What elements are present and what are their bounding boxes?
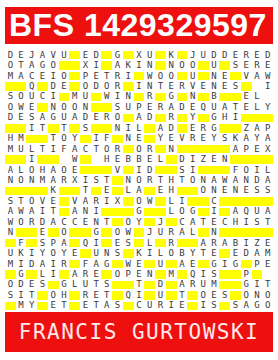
grid-cell: U: [80, 280, 91, 290]
grid-cell: [219, 207, 230, 217]
grid-cell: E: [16, 50, 27, 60]
grid-cell: L: [144, 238, 155, 248]
grid-cell: [59, 60, 70, 70]
grid-cell: O: [134, 144, 145, 154]
grid-cell: I: [134, 81, 145, 91]
grid-cell: H: [5, 134, 16, 144]
grid-cell: [198, 144, 209, 154]
grid-cell: Y: [26, 301, 37, 311]
grid-cell: E: [134, 134, 145, 144]
grid-cell: [262, 92, 273, 102]
grid-cell: A: [166, 102, 177, 112]
grid-cell: [123, 196, 134, 206]
grid-cell: K: [16, 248, 27, 258]
grid-cell: [91, 154, 102, 164]
grid-cell: P: [48, 238, 59, 248]
grid-cell: A: [219, 102, 230, 112]
grid-cell: [134, 71, 145, 81]
grid-cell: [144, 134, 155, 144]
grid-cell: M: [166, 269, 177, 279]
grid-cell: C: [80, 144, 91, 154]
grid-cell: E: [69, 248, 80, 258]
grid-cell: O: [262, 290, 273, 300]
grid-cell: A: [177, 280, 188, 290]
grid-cell: [112, 290, 123, 300]
grid-cell: [230, 123, 241, 133]
grid-cell: E: [262, 259, 273, 269]
grid-cell: [69, 290, 80, 300]
grid-cell: [230, 154, 241, 164]
grid-cell: A: [26, 60, 37, 70]
grid-cell: [219, 60, 230, 70]
grid-cell: G: [209, 113, 220, 123]
grid-cell: Z: [252, 238, 263, 248]
grid-cell: N: [209, 186, 220, 196]
grid-cell: O: [166, 71, 177, 81]
grid-cell: [123, 50, 134, 60]
grid-cell: [123, 280, 134, 290]
grid-cell: [112, 259, 123, 269]
grid-cell: A: [198, 238, 209, 248]
grid-cell: [198, 196, 209, 206]
grid-cell: [166, 154, 177, 164]
grid-cell: I: [80, 175, 91, 185]
grid-cell: [262, 269, 273, 279]
grid-cell: Y: [252, 134, 263, 144]
grid-cell: V: [69, 196, 80, 206]
grid-cell: N: [123, 134, 134, 144]
grid-cell: W: [123, 227, 134, 237]
author-band: FRANCIS GURTOWSKI: [5, 312, 273, 352]
grid-cell: [69, 301, 80, 311]
grid-cell: N: [144, 81, 155, 91]
grid-cell: [198, 227, 209, 237]
grid-cell: A: [26, 207, 37, 217]
grid-cell: A: [37, 259, 48, 269]
grid-cell: [69, 60, 80, 70]
grid-cell: G: [134, 207, 145, 217]
grid-cell: O: [241, 290, 252, 300]
book-title: BFS 1429329597: [5, 7, 267, 44]
grid-cell: M: [5, 144, 16, 154]
grid-cell: J: [26, 50, 37, 60]
grid-cell: [241, 113, 252, 123]
grid-cell: I: [91, 207, 102, 217]
grid-cell: S: [177, 165, 188, 175]
grid-cell: [187, 301, 198, 311]
grid-cell: P: [241, 144, 252, 154]
grid-cell: X: [262, 144, 273, 154]
grid-cell: [230, 227, 241, 237]
grid-cell: W: [16, 207, 27, 217]
grid-cell: [101, 269, 112, 279]
grid-cell: S: [5, 290, 16, 300]
grid-cell: [16, 186, 27, 196]
grid-cell: A: [134, 186, 145, 196]
grid-cell: G: [252, 301, 263, 311]
grid-cell: Q: [187, 269, 198, 279]
grid-cell: T: [262, 217, 273, 227]
grid-cell: W: [144, 196, 155, 206]
grid-cell: [177, 269, 188, 279]
grid-cell: [101, 60, 112, 70]
grid-cell: M: [209, 280, 220, 290]
grid-cell: O: [112, 227, 123, 237]
grid-cell: C: [134, 301, 145, 311]
grid-cell: P: [123, 269, 134, 279]
grid-cell: Y: [209, 134, 220, 144]
grid-cell: X: [80, 60, 91, 70]
grid-cell: E: [101, 186, 112, 196]
grid-cell: [123, 144, 134, 154]
grid-cell: [69, 81, 80, 91]
grid-cell: Q: [123, 290, 134, 300]
grid-cell: C: [59, 217, 70, 227]
grid-cell: N: [166, 144, 177, 154]
grid-cell: I: [48, 144, 59, 154]
grid-cell: T: [230, 102, 241, 112]
grid-cell: A: [37, 113, 48, 123]
grid-cell: I: [123, 71, 134, 81]
grid-cell: S: [209, 301, 220, 311]
grid-cell: R: [91, 196, 102, 206]
grid-cell: N: [5, 227, 16, 237]
grid-cell: T: [101, 290, 112, 300]
grid-cell: [101, 227, 112, 237]
grid-cell: O: [16, 217, 27, 227]
grid-cell: [155, 144, 166, 154]
grid-cell: G: [91, 227, 102, 237]
grid-cell: [219, 269, 230, 279]
grid-cell: [166, 217, 177, 227]
grid-cell: U: [252, 207, 263, 217]
grid-cell: B: [177, 248, 188, 258]
grid-cell: A: [59, 238, 70, 248]
grid-cell: A: [252, 123, 263, 133]
grid-cell: [16, 81, 27, 91]
grid-cell: A: [177, 227, 188, 237]
grid-cell: A: [262, 134, 273, 144]
grid-cell: O: [59, 71, 70, 81]
grid-cell: Y: [134, 217, 145, 227]
grid-cell: A: [241, 134, 252, 144]
grid-cell: E: [112, 154, 123, 164]
grid-cell: [112, 186, 123, 196]
grid-cell: C: [26, 71, 37, 81]
grid-cell: [69, 71, 80, 81]
grid-cell: [209, 165, 220, 175]
grid-cell: [101, 238, 112, 248]
grid-cell: [155, 269, 166, 279]
grid-cell: [187, 290, 198, 300]
grid-cell: [48, 154, 59, 164]
grid-cell: E: [187, 123, 198, 133]
grid-cell: [123, 165, 134, 175]
grid-cell: [37, 81, 48, 91]
grid-cell: V: [112, 165, 123, 175]
grid-cell: A: [112, 60, 123, 70]
grid-cell: [219, 280, 230, 290]
grid-cell: [177, 186, 188, 196]
grid-cell: C: [209, 196, 220, 206]
grid-cell: U: [155, 227, 166, 237]
grid-cell: [144, 207, 155, 217]
grid-cell: [134, 238, 145, 248]
grid-cell: O: [262, 301, 273, 311]
grid-cell: [5, 186, 16, 196]
grid-cell: L: [155, 248, 166, 258]
grid-cell: W: [123, 259, 134, 269]
grid-cell: O: [59, 165, 70, 175]
grid-cell: I: [16, 290, 27, 300]
grid-cell: R: [80, 290, 91, 300]
grid-cell: S: [80, 123, 91, 133]
grid-cell: E: [91, 113, 102, 123]
grid-cell: [230, 92, 241, 102]
grid-cell: U: [198, 280, 209, 290]
grid-cell: [26, 186, 37, 196]
grid-cell: E: [209, 248, 220, 258]
grid-cell: T: [48, 134, 59, 144]
grid-cell: U: [209, 60, 220, 70]
grid-cell: E: [80, 50, 91, 60]
grid-cell: G: [16, 269, 27, 279]
grid-cell: U: [209, 102, 220, 112]
grid-cell: R: [101, 113, 112, 123]
grid-cell: [177, 144, 188, 154]
grid-cell: Z: [198, 154, 209, 164]
grid-cell: X: [69, 175, 80, 185]
grid-cell: E: [241, 186, 252, 196]
grid-cell: M: [5, 71, 16, 81]
grid-cell: G: [37, 60, 48, 70]
grid-cell: D: [48, 81, 59, 91]
grid-cell: [69, 123, 80, 133]
grid-cell: Y: [59, 248, 70, 258]
grid-cell: [112, 280, 123, 290]
grid-cell: [230, 280, 241, 290]
grid-cell: J: [187, 50, 198, 60]
grid-cell: Z: [241, 123, 252, 133]
grid-cell: V: [48, 50, 59, 60]
grid-cell: Q: [198, 102, 209, 112]
grid-cell: G: [112, 50, 123, 60]
grid-cell: E: [37, 227, 48, 237]
grid-cell: R: [155, 102, 166, 112]
grid-cell: [123, 113, 134, 123]
grid-cell: [187, 144, 198, 154]
grid-cell: R: [26, 217, 37, 227]
grid-cell: [219, 248, 230, 258]
grid-cell: A: [262, 207, 273, 217]
grid-cell: O: [5, 280, 16, 290]
grid-cell: O: [112, 113, 123, 123]
grid-cell: P: [252, 259, 263, 269]
grid-cell: [123, 301, 134, 311]
grid-cell: O: [16, 175, 27, 185]
grid-cell: E: [219, 186, 230, 196]
grid-cell: H: [219, 113, 230, 123]
grid-cell: R: [252, 60, 263, 70]
grid-cell: B: [209, 92, 220, 102]
grid-cell: A: [5, 207, 16, 217]
grid-cell: [123, 81, 134, 91]
grid-cell: N: [112, 123, 123, 133]
grid-cell: E: [177, 301, 188, 311]
grid-cell: I: [262, 81, 273, 91]
grid-cell: [155, 207, 166, 217]
grid-cell: Y: [155, 134, 166, 144]
grid-cell: [219, 301, 230, 311]
grid-cell: G: [59, 280, 70, 290]
grid-cell: H: [166, 186, 177, 196]
grid-cell: A: [262, 175, 273, 185]
grid-cell: N: [123, 175, 134, 185]
grid-cell: F: [16, 238, 27, 248]
grid-cell: I: [48, 92, 59, 102]
word-search-grid: DEJAVUEDGXUKJUDDEREDOTAGOXIAKINNOOUSEREM…: [5, 50, 273, 311]
grid-cell: [69, 259, 80, 269]
grid-cell: S: [5, 196, 16, 206]
grid-cell: E: [198, 81, 209, 91]
grid-cell: A: [80, 196, 91, 206]
grid-cell: T: [155, 81, 166, 91]
grid-cell: [187, 238, 198, 248]
grid-cell: [16, 123, 27, 133]
grid-cell: [37, 102, 48, 112]
grid-cell: E: [91, 71, 102, 81]
grid-cell: [230, 71, 241, 81]
grid-cell: S: [26, 113, 37, 123]
grid-cell: A: [69, 113, 80, 123]
grid-cell: [155, 92, 166, 102]
grid-cell: S: [5, 92, 16, 102]
grid-cell: E: [187, 259, 198, 269]
grid-cell: I: [134, 290, 145, 300]
grid-cell: O: [48, 60, 59, 70]
grid-cell: S: [219, 134, 230, 144]
grid-cell: W: [5, 217, 16, 227]
grid-cell: S: [112, 102, 123, 112]
grid-cell: S: [230, 301, 241, 311]
grid-cell: E: [241, 92, 252, 102]
grid-cell: [144, 186, 155, 196]
grid-cell: A: [252, 71, 263, 81]
grid-cell: [26, 227, 37, 237]
grid-cell: O: [155, 71, 166, 81]
grid-cell: I: [144, 248, 155, 258]
grid-cell: A: [230, 144, 241, 154]
grid-cell: W: [262, 71, 273, 81]
grid-cell: [101, 50, 112, 60]
grid-cell: N: [219, 154, 230, 164]
grid-cell: [166, 290, 177, 300]
grid-cell: O: [59, 134, 70, 144]
grid-cell: D: [155, 280, 166, 290]
grid-cell: S: [252, 186, 263, 196]
grid-cell: S: [123, 238, 134, 248]
grid-cell: S: [112, 301, 123, 311]
author-name: FRANCIS GURTOWSKI: [19, 320, 259, 344]
grid-cell: N: [209, 227, 220, 237]
grid-cell: [26, 238, 37, 248]
grid-cell: [26, 134, 37, 144]
grid-cell: [5, 81, 16, 91]
grid-cell: I: [187, 154, 198, 164]
grid-cell: T: [91, 301, 102, 311]
grid-cell: [144, 280, 155, 290]
grid-cell: A: [219, 238, 230, 248]
grid-cell: D: [177, 102, 188, 112]
grid-cell: I: [101, 196, 112, 206]
grid-cell: T: [101, 175, 112, 185]
grid-cell: Y: [187, 113, 198, 123]
grid-cell: W: [69, 154, 80, 164]
grid-cell: [187, 186, 198, 196]
grid-cell: S: [101, 280, 112, 290]
grid-cell: [241, 154, 252, 164]
grid-cell: [59, 154, 70, 164]
grid-cell: L: [16, 165, 27, 175]
grid-cell: E: [16, 113, 27, 123]
grid-cell: [177, 71, 188, 81]
grid-cell: V: [187, 81, 198, 91]
grid-cell: [16, 227, 27, 237]
grid-cell: I: [209, 207, 220, 217]
grid-cell: U: [80, 92, 91, 102]
grid-cell: L: [187, 227, 198, 237]
grid-cell: O: [59, 227, 70, 237]
grid-cell: R: [112, 81, 123, 91]
grid-cell: V: [37, 196, 48, 206]
grid-cell: I: [16, 259, 27, 269]
grid-cell: [252, 81, 263, 91]
grid-cell: [252, 154, 263, 164]
grid-cell: Y: [37, 248, 48, 258]
grid-cell: T: [80, 186, 91, 196]
grid-cell: R: [112, 144, 123, 154]
grid-cell: [177, 238, 188, 248]
grid-cell: P: [134, 102, 145, 112]
grid-cell: D: [166, 123, 177, 133]
grid-cell: D: [26, 259, 37, 269]
grid-cell: M: [69, 92, 80, 102]
grid-cell: L: [252, 102, 263, 112]
grid-cell: E: [26, 102, 37, 112]
grid-cell: A: [230, 207, 241, 217]
grid-cell: X: [134, 50, 145, 60]
grid-cell: [155, 50, 166, 60]
grid-cell: E: [48, 196, 59, 206]
grid-cell: I: [37, 207, 48, 217]
grid-cell: R: [166, 238, 177, 248]
grid-cell: D: [80, 113, 91, 123]
grid-cell: [241, 81, 252, 91]
grid-cell: F: [80, 259, 91, 269]
grid-cell: O: [69, 102, 80, 112]
grid-cell: N: [209, 71, 220, 81]
grid-cell: G: [209, 259, 220, 269]
grid-cell: T: [134, 280, 145, 290]
grid-cell: Q: [80, 238, 91, 248]
grid-cell: W: [16, 102, 27, 112]
grid-cell: L: [252, 92, 263, 102]
grid-cell: L: [37, 269, 48, 279]
grid-cell: [144, 123, 155, 133]
grid-cell: [177, 113, 188, 123]
grid-cell: [198, 259, 209, 269]
grid-cell: D: [262, 50, 273, 60]
